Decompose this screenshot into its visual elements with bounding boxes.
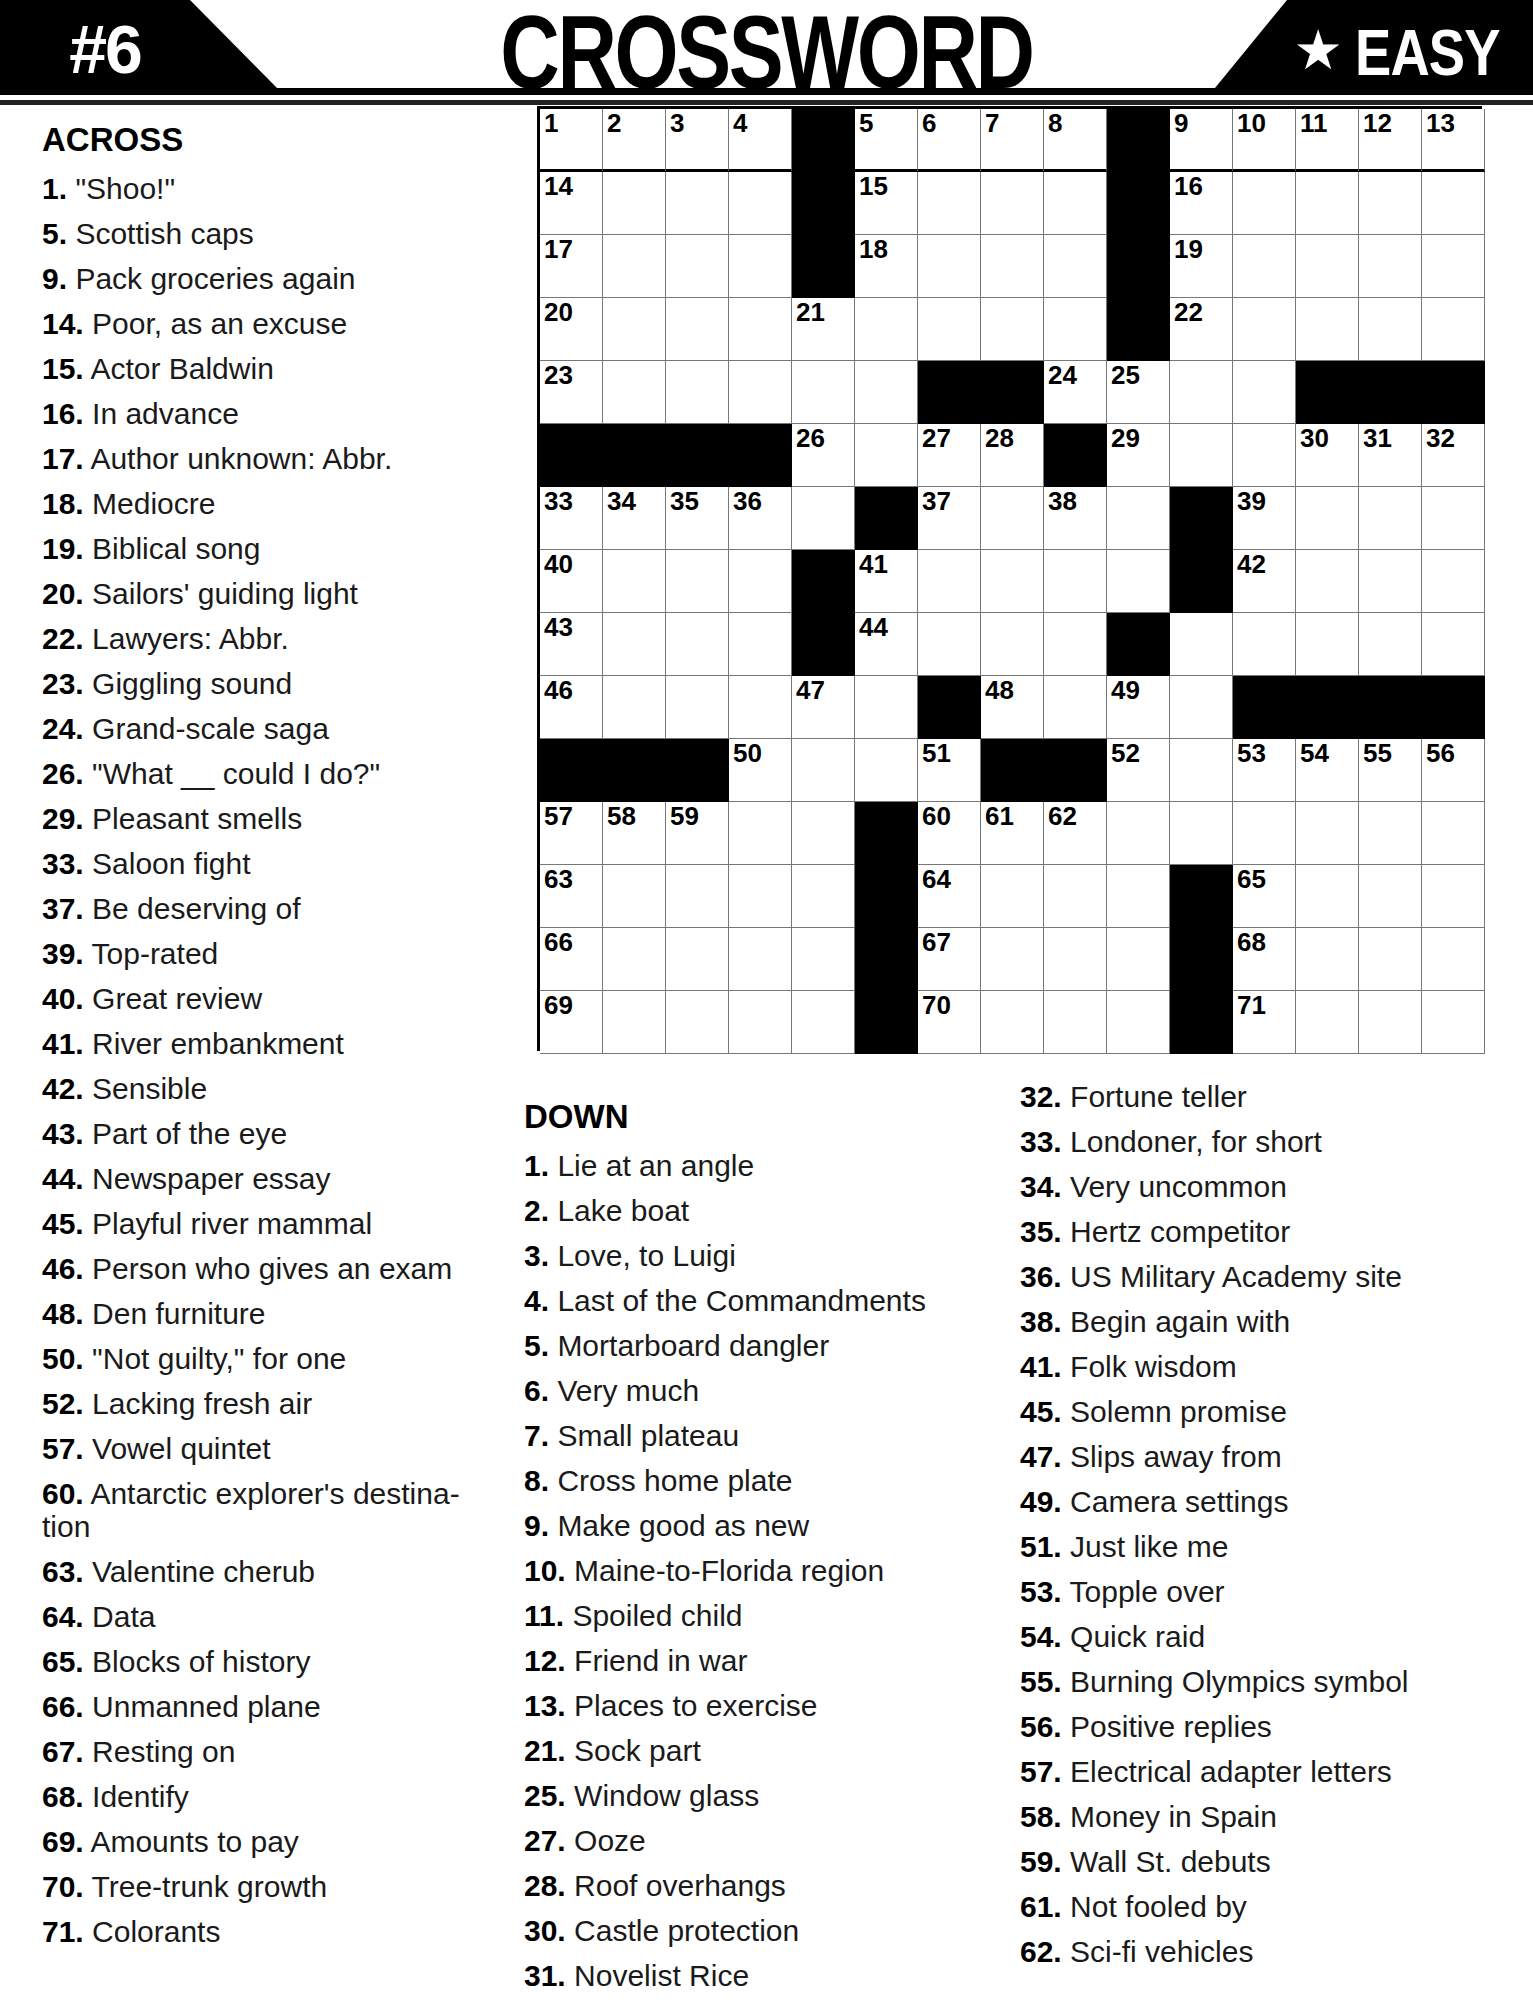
grid-cell[interactable]: 70 [918,991,981,1054]
grid-cell[interactable] [855,676,918,739]
grid-cell[interactable] [1422,298,1485,361]
grid-cell[interactable] [1044,298,1107,361]
grid-cell[interactable] [1170,424,1233,487]
clue-text: Grand-scale saga [92,712,329,745]
grid-cell[interactable] [792,739,855,802]
clue-item: 47. Slips away from [1020,1440,1500,1473]
grid-cell[interactable] [918,172,981,235]
clue-text: Saloon fight [92,847,250,880]
grid-cell[interactable] [1422,991,1485,1054]
grid-cell[interactable] [1170,676,1233,739]
grid-cell[interactable] [981,865,1044,928]
grid-cell[interactable]: 14 [540,172,603,235]
grid-cell[interactable] [792,865,855,928]
grid-cell[interactable] [603,361,666,424]
grid-cell[interactable]: 34 [603,487,666,550]
grid-cell[interactable] [1044,235,1107,298]
grid-cell[interactable]: 6 [918,109,981,172]
clue-number: 62. [1020,1935,1062,1968]
grid-cell[interactable]: 41 [855,550,918,613]
grid-cell[interactable] [981,991,1044,1054]
grid-cell[interactable]: 53 [1233,739,1296,802]
across-clue-list: 1. "Shoo!"5. Scottish caps9. Pack grocer… [42,172,524,1948]
grid-cell[interactable]: 63 [540,865,603,928]
block-cell [855,802,918,865]
clue-number: 29. [42,802,84,835]
grid-cell[interactable] [1107,487,1170,550]
grid-cell[interactable]: 18 [855,235,918,298]
grid-cell[interactable] [1170,739,1233,802]
clue-text: Be deserving of [92,892,300,925]
clue-number: 69. [42,1825,84,1858]
clue-number: 60. [42,1477,84,1510]
block-cell [1233,676,1296,739]
block-cell [981,361,1044,424]
clue-text: Playful river mammal [92,1207,372,1240]
clue-text: Giggling sound [92,667,292,700]
grid-cell[interactable]: 48 [981,676,1044,739]
grid-cell[interactable] [1422,550,1485,613]
grid-cell[interactable] [1422,928,1485,991]
grid-cell[interactable] [981,928,1044,991]
grid-cell[interactable] [1107,802,1170,865]
cell-number: 30 [1300,425,1329,452]
grid-cell[interactable] [1233,235,1296,298]
grid-cell[interactable] [855,298,918,361]
grid-cell[interactable] [1170,361,1233,424]
grid-cell[interactable]: 61 [981,802,1044,865]
clue-text: Biblical song [92,532,260,565]
clue-text: Not fooled by [1070,1890,1247,1923]
clue-number: 45. [1020,1395,1062,1428]
clue-item: 57. Electrical adapter letters [1020,1755,1500,1788]
grid-cell[interactable]: 54 [1296,739,1359,802]
grid-cell[interactable]: 42 [1233,550,1296,613]
clue-number: 22. [42,622,84,655]
grid-cell[interactable]: 69 [540,991,603,1054]
grid-cell[interactable]: 36 [729,487,792,550]
grid-cell[interactable] [729,991,792,1054]
clue-item: 9. Make good as new [524,1509,994,1542]
grid-cell[interactable] [855,739,918,802]
clue-number: 47. [1020,1440,1062,1473]
across-clues: ACROSS 1. "Shoo!"5. Scottish caps9. Pack… [42,121,524,1960]
grid-cell[interactable] [1044,865,1107,928]
grid-cell[interactable] [729,865,792,928]
clue-number: 13. [524,1689,566,1722]
grid-cell[interactable]: 26 [792,424,855,487]
clue-item: 59. Wall St. debuts [1020,1845,1500,1878]
grid-cell[interactable] [792,991,855,1054]
clue-text: Amounts to pay [90,1825,298,1858]
block-cell [1170,550,1233,613]
grid-cell[interactable] [1359,298,1422,361]
block-cell [1044,739,1107,802]
grid-cell[interactable] [792,487,855,550]
clue-item: 9. Pack groceries again [42,262,524,295]
clue-text: Places to exercise [574,1689,817,1722]
grid-cell[interactable] [729,676,792,739]
grid-cell[interactable]: 28 [981,424,1044,487]
grid-cell[interactable] [666,235,729,298]
grid-cell[interactable] [1107,928,1170,991]
grid-cell[interactable]: 64 [918,865,981,928]
grid-cell[interactable]: 58 [603,802,666,865]
grid-cell[interactable] [603,550,666,613]
grid-cell[interactable] [666,550,729,613]
grid-cell[interactable] [792,802,855,865]
cell-number: 68 [1237,929,1266,956]
grid-cell[interactable]: 9 [1170,109,1233,172]
across-heading: ACROSS [42,121,524,159]
grid-cell[interactable]: 44 [855,613,918,676]
grid-cell[interactable]: 38 [1044,487,1107,550]
grid-cell[interactable]: 51 [918,739,981,802]
cell-number: 70 [922,992,951,1019]
clue-number: 65. [42,1645,84,1678]
grid-cell[interactable]: 29 [1107,424,1170,487]
grid-cell[interactable] [1296,550,1359,613]
clue-item: 33. Londoner, for short [1020,1125,1500,1158]
clue-number: 41. [1020,1350,1062,1383]
grid-cell[interactable]: 11 [1296,109,1359,172]
cell-number: 54 [1300,740,1329,767]
grid-cell[interactable]: 22 [1170,298,1233,361]
grid-cell[interactable]: 30 [1296,424,1359,487]
grid-cell[interactable] [666,361,729,424]
grid-cell[interactable]: 46 [540,676,603,739]
block-cell [1170,928,1233,991]
grid-cell[interactable] [603,235,666,298]
clue-item: 39. Top-rated [42,937,524,970]
grid-cell[interactable]: 59 [666,802,729,865]
grid-cell[interactable] [729,172,792,235]
grid-cell[interactable]: 2 [603,109,666,172]
grid-cell[interactable] [855,361,918,424]
clue-item: 35. Hertz competitor [1020,1215,1500,1248]
grid-cell[interactable] [1359,172,1422,235]
grid-cell[interactable] [792,928,855,991]
grid-cell[interactable] [1359,991,1422,1054]
grid-cell[interactable] [729,802,792,865]
grid-cell[interactable]: 55 [1359,739,1422,802]
cell-number: 38 [1048,488,1077,515]
grid-cell[interactable] [603,865,666,928]
grid-cell[interactable] [1296,298,1359,361]
cell-number: 5 [859,110,873,137]
clue-number: 54. [1020,1620,1062,1653]
clue-item: 21. Sock part [524,1734,994,1767]
cell-number: 59 [670,803,699,830]
grid-cell[interactable]: 71 [1233,991,1296,1054]
grid-cell[interactable] [1359,802,1422,865]
grid-cell[interactable]: 40 [540,550,603,613]
clue-number: 27. [524,1824,566,1857]
clue-item: 52. Lacking fresh air [42,1387,524,1420]
clue-item: 37. Be deserving of [42,892,524,925]
clue-number: 55. [1020,1665,1062,1698]
grid-cell[interactable] [918,550,981,613]
clue-item: 31. Novelist Rice [524,1959,994,1992]
grid-cell[interactable] [981,172,1044,235]
grid-cell[interactable]: 39 [1233,487,1296,550]
block-cell [792,172,855,235]
clue-item: 45. Solemn promise [1020,1395,1500,1428]
grid-cell[interactable] [666,613,729,676]
clue-text: Very uncommon [1070,1170,1287,1203]
grid-cell[interactable] [1422,613,1485,676]
clue-number: 4. [524,1284,549,1317]
grid-cell[interactable]: 15 [855,172,918,235]
block-cell [918,676,981,739]
clue-number: 9. [42,262,67,295]
grid-cell[interactable]: 16 [1170,172,1233,235]
grid-cell[interactable]: 32 [1422,424,1485,487]
grid-cell[interactable] [1044,613,1107,676]
cell-number: 23 [544,362,573,389]
grid-cell[interactable] [792,361,855,424]
grid-cell[interactable] [918,235,981,298]
clue-number: 26. [42,757,84,790]
clue-item: 36. US Military Academy site [1020,1260,1500,1293]
grid-cell[interactable] [918,613,981,676]
grid-cell[interactable] [666,928,729,991]
grid-cell[interactable]: 5 [855,109,918,172]
grid-cell[interactable] [666,865,729,928]
clue-item: 38. Begin again with [1020,1305,1500,1338]
grid-cell[interactable]: 50 [729,739,792,802]
grid-cell[interactable] [729,298,792,361]
clue-number: 12. [524,1644,566,1677]
clue-item: 49. Camera settings [1020,1485,1500,1518]
grid-cell[interactable] [1296,613,1359,676]
grid-cell[interactable] [729,235,792,298]
cell-number: 49 [1111,677,1140,704]
grid-cell[interactable]: 47 [792,676,855,739]
clue-item: 42. Sensible [42,1072,524,1105]
grid-cell[interactable] [1170,613,1233,676]
grid-cell[interactable] [729,613,792,676]
clue-item: 18. Mediocre [42,487,524,520]
grid-cell[interactable] [603,172,666,235]
grid-cell[interactable] [855,424,918,487]
grid-cell[interactable] [1296,928,1359,991]
grid-cell[interactable] [729,361,792,424]
cell-number: 8 [1048,110,1062,137]
cell-number: 9 [1174,110,1188,137]
clue-number: 18. [42,487,84,520]
grid-cell[interactable]: 37 [918,487,981,550]
grid-cell[interactable]: 24 [1044,361,1107,424]
clue-number: 11. [524,1599,564,1632]
block-cell [729,424,792,487]
clue-number: 48. [42,1297,84,1330]
grid-cell[interactable]: 66 [540,928,603,991]
clue-number: 5. [524,1329,549,1362]
clue-item: 45. Playful river mammal [42,1207,524,1240]
grid-cell[interactable] [1359,613,1422,676]
grid-cell[interactable] [1107,865,1170,928]
grid-cell[interactable] [1233,172,1296,235]
grid-cell[interactable]: 49 [1107,676,1170,739]
grid-cell[interactable] [981,550,1044,613]
clue-text: Last of the Commandments [557,1284,926,1317]
grid-cell[interactable] [1422,487,1485,550]
difficulty-label: EASY [1355,16,1500,90]
grid-cell[interactable]: 13 [1422,109,1485,172]
grid-cell[interactable] [1359,235,1422,298]
grid-cell[interactable] [1296,172,1359,235]
grid-cell[interactable]: 1 [540,109,603,172]
clue-text: Sensible [92,1072,207,1105]
grid-cell[interactable]: 20 [540,298,603,361]
grid-cell[interactable] [1107,550,1170,613]
grid-cell[interactable]: 17 [540,235,603,298]
clue-text: Cross home plate [557,1464,792,1497]
clue-text: Data [92,1600,155,1633]
grid-cell[interactable] [729,550,792,613]
grid-cell[interactable]: 68 [1233,928,1296,991]
grid-cell[interactable] [981,613,1044,676]
grid-cell[interactable]: 12 [1359,109,1422,172]
clue-item: 50. "Not guilty," for one [42,1342,524,1375]
block-cell [792,613,855,676]
grid-cell[interactable] [1359,865,1422,928]
grid-cell[interactable] [666,298,729,361]
grid-cell[interactable] [603,676,666,739]
grid-cell[interactable] [1233,802,1296,865]
grid-cell[interactable] [1044,676,1107,739]
grid-cell[interactable] [1233,424,1296,487]
cell-number: 4 [733,110,747,137]
clue-item: 19. Biblical song [42,532,524,565]
clue-number: 33. [42,847,84,880]
grid-cell[interactable]: 21 [792,298,855,361]
clue-number: 46. [42,1252,84,1285]
clue-text: Burning Olympics symbol [1070,1665,1408,1698]
grid-cell[interactable] [729,928,792,991]
block-cell [666,739,729,802]
grid-cell[interactable] [1170,802,1233,865]
grid-cell[interactable]: 35 [666,487,729,550]
grid-cell[interactable] [1296,235,1359,298]
grid-cell[interactable]: 60 [918,802,981,865]
cell-number: 46 [544,677,573,704]
clue-text: Tree-trunk growth [92,1870,328,1903]
cell-number: 57 [544,803,573,830]
clue-number: 41. [42,1027,84,1060]
grid-cell[interactable] [981,235,1044,298]
grid-cell[interactable]: 65 [1233,865,1296,928]
down-clues-continued: 32. Fortune teller33. Londoner, for shor… [1020,1080,1500,1980]
grid-cell[interactable]: 33 [540,487,603,550]
grid-cell[interactable]: 7 [981,109,1044,172]
grid-cell[interactable]: 56 [1422,739,1485,802]
grid-cell[interactable]: 31 [1359,424,1422,487]
grid-cell[interactable]: 62 [1044,802,1107,865]
grid-cell[interactable] [1233,298,1296,361]
clue-item: 65. Blocks of history [42,1645,524,1678]
grid-cell[interactable] [1044,550,1107,613]
grid-cell[interactable]: 10 [1233,109,1296,172]
clue-text: Person who gives an exam [92,1252,452,1285]
clue-number: 19. [42,532,84,565]
grid-cell[interactable] [1233,361,1296,424]
grid-cell[interactable] [1296,802,1359,865]
grid-cell[interactable]: 43 [540,613,603,676]
cell-number: 13 [1426,110,1455,137]
grid-cell[interactable] [1359,550,1422,613]
down-heading: DOWN [524,1098,994,1136]
grid-cell[interactable] [1422,865,1485,928]
cell-number: 27 [922,425,951,452]
grid-cell[interactable] [918,298,981,361]
clue-item: 26. "What __ could I do?" [42,757,524,790]
grid-cell[interactable] [1359,487,1422,550]
grid-cell[interactable]: 3 [666,109,729,172]
header-bar: #6 CROSSWORD ★EASY [0,0,1533,95]
cell-number: 36 [733,488,762,515]
clue-item: 69. Amounts to pay [42,1825,524,1858]
grid-cell[interactable]: 52 [1107,739,1170,802]
clue-text: Londoner, for short [1070,1125,1322,1158]
grid-cell[interactable]: 8 [1044,109,1107,172]
block-cell [1422,361,1485,424]
cell-number: 29 [1111,425,1140,452]
grid-cell[interactable] [1233,613,1296,676]
clue-text: Topple over [1070,1575,1225,1608]
grid-cell[interactable]: 25 [1107,361,1170,424]
grid-cell[interactable] [1422,802,1485,865]
grid-cell[interactable]: 19 [1170,235,1233,298]
grid-cell[interactable] [1296,487,1359,550]
cell-number: 64 [922,866,951,893]
clue-text: Hertz competitor [1070,1215,1290,1248]
clue-item: 53. Topple over [1020,1575,1500,1608]
clue-text: Love, to Luigi [557,1239,735,1272]
grid-cell[interactable]: 4 [729,109,792,172]
grid-cell[interactable] [603,298,666,361]
clue-number: 68. [42,1780,84,1813]
grid-cell[interactable] [1296,991,1359,1054]
block-cell [1107,613,1170,676]
grid-cell[interactable] [1044,172,1107,235]
grid-cell[interactable]: 67 [918,928,981,991]
grid-cell[interactable] [666,991,729,1054]
grid-cell[interactable] [603,991,666,1054]
grid-cell[interactable] [981,487,1044,550]
grid-cell[interactable] [666,172,729,235]
grid-cell[interactable] [1296,865,1359,928]
grid-cell[interactable] [1422,172,1485,235]
grid-cell[interactable] [1044,991,1107,1054]
grid-cell[interactable] [603,613,666,676]
grid-cell[interactable] [1422,235,1485,298]
clue-text: Pleasant smells [92,802,302,835]
clue-item: 60. Antarctic explorer's destina- tion [42,1477,524,1543]
clue-text: Sailors' guiding light [92,577,358,610]
grid-cell[interactable] [1044,928,1107,991]
grid-cell[interactable]: 57 [540,802,603,865]
grid-cell[interactable] [1107,991,1170,1054]
grid-cell[interactable] [603,928,666,991]
grid-cell[interactable] [981,298,1044,361]
grid-cell[interactable] [1359,928,1422,991]
grid-cell[interactable]: 23 [540,361,603,424]
clue-number: 71. [42,1915,84,1948]
grid-cell[interactable] [666,676,729,739]
grid-cell[interactable]: 27 [918,424,981,487]
